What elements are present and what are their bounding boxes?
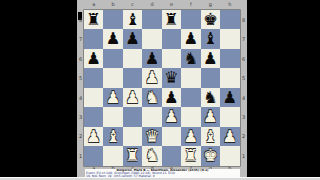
white-rook-piece: ♜ — [123, 146, 142, 165]
file-label: e — [162, 2, 181, 8]
white-pawn-piece: ♟ — [220, 127, 239, 146]
square-h6[interactable] — [220, 49, 239, 68]
square-b6[interactable] — [103, 49, 122, 68]
square-e5[interactable]: ♛ — [162, 68, 181, 87]
square-f6[interactable]: ♞ — [181, 49, 200, 68]
black-rook-piece: ♜ — [162, 10, 181, 29]
square-h1[interactable] — [220, 146, 239, 165]
rank-label: 4 — [78, 88, 84, 107]
square-d2[interactable]: ♛ — [142, 127, 161, 146]
square-h7[interactable] — [220, 29, 239, 48]
rank-label: 8 — [78, 10, 84, 29]
rank-label: 7 — [78, 29, 84, 48]
white-pawn-piece: ♟ — [181, 127, 200, 146]
file-labels-top: abcdefgh — [84, 2, 240, 8]
square-f7[interactable]: ♟ — [181, 29, 200, 48]
square-f2[interactable]: ♟ — [181, 127, 200, 146]
rank-label: 3 — [78, 107, 84, 126]
square-e7[interactable] — [162, 29, 181, 48]
white-pawn-piece: ♟ — [142, 68, 161, 87]
file-label: c — [123, 2, 142, 8]
square-b2[interactable]: ♝ — [103, 127, 122, 146]
square-e1[interactable] — [162, 146, 181, 165]
file-label: d — [142, 2, 161, 8]
square-b8[interactable] — [103, 10, 122, 29]
white-bishop-piece: ♝ — [201, 127, 220, 146]
file-label: g — [201, 2, 220, 8]
black-pawn-piece: ♟ — [84, 49, 103, 68]
square-b7[interactable]: ♟ — [103, 29, 122, 48]
square-d4[interactable]: ♞ — [142, 88, 161, 107]
rank-label: 8 — [241, 10, 247, 29]
square-d3[interactable] — [142, 107, 161, 126]
rank-label: 6 — [78, 49, 84, 68]
white-knight-piece: ♞ — [142, 146, 161, 165]
white-queen-piece: ♛ — [142, 127, 161, 146]
square-h5[interactable] — [220, 68, 239, 87]
square-g4[interactable]: ♞ — [201, 88, 220, 107]
black-knight-piece: ♞ — [201, 88, 220, 107]
square-c3[interactable] — [123, 107, 142, 126]
black-pawn-piece: ♟ — [181, 29, 200, 48]
square-c7[interactable]: ♟ — [123, 29, 142, 48]
rank-labels-right: 87654321 — [241, 10, 247, 166]
square-a6[interactable]: ♟ — [84, 49, 103, 68]
black-pawn-piece: ♟ — [103, 29, 122, 48]
square-f1[interactable]: ♜ — [181, 146, 200, 165]
square-h3[interactable] — [220, 107, 239, 126]
rank-label: 2 — [78, 127, 84, 146]
rank-label: 1 — [78, 146, 84, 165]
white-knight-piece: ♞ — [142, 88, 161, 107]
black-knight-piece: ♞ — [181, 49, 200, 68]
square-f8[interactable] — [181, 10, 200, 29]
square-b5[interactable] — [103, 68, 122, 87]
square-g2[interactable]: ♝ — [201, 127, 220, 146]
file-label: h — [220, 2, 239, 8]
square-c5[interactable] — [123, 68, 142, 87]
square-a2[interactable]: ♟ — [84, 127, 103, 146]
square-g5[interactable] — [201, 68, 220, 87]
black-pawn-piece: ♟ — [220, 88, 239, 107]
square-a8[interactable]: ♜ — [84, 10, 103, 29]
square-c2[interactable] — [123, 127, 142, 146]
square-f4[interactable] — [181, 88, 200, 107]
rank-labels-left: 87654321 — [78, 10, 84, 166]
rank-label: 3 — [241, 107, 247, 126]
rank-label: 7 — [241, 29, 247, 48]
rank-label: 5 — [241, 68, 247, 87]
white-king-piece: ♚ — [201, 146, 220, 165]
white-pawn-piece: ♟ — [162, 107, 181, 126]
square-f3[interactable] — [181, 107, 200, 126]
black-pawn-piece: ♟ — [162, 88, 181, 107]
black-queen-piece: ♛ — [162, 68, 181, 87]
bottom-status-bar — [0, 177, 320, 180]
white-bishop-piece: ♝ — [103, 127, 122, 146]
square-c1[interactable]: ♜ — [123, 146, 142, 165]
file-label: a — [84, 2, 103, 8]
square-a3[interactable] — [84, 107, 103, 126]
black-king-piece: ♚ — [201, 10, 220, 29]
white-pawn-piece: ♟ — [123, 88, 142, 107]
square-e3[interactable]: ♟ — [162, 107, 181, 126]
square-d5[interactable]: ♟ — [142, 68, 161, 87]
white-pawn-piece: ♟ — [103, 88, 122, 107]
square-d8[interactable] — [142, 10, 161, 29]
square-h4[interactable]: ♟ — [220, 88, 239, 107]
square-b1[interactable] — [103, 146, 122, 165]
white-pawn-piece: ♟ — [84, 127, 103, 146]
rank-label: 5 — [78, 68, 84, 87]
rank-label: 4 — [241, 88, 247, 107]
rank-label: 6 — [241, 49, 247, 68]
game-info-caption: Dolgorov, Mark B — Khalifman, Alexander … — [85, 169, 240, 177]
square-g8[interactable]: ♚ — [201, 10, 220, 29]
square-g1[interactable]: ♚ — [201, 146, 220, 165]
square-g7[interactable]: ♝ — [201, 29, 220, 48]
square-f5[interactable] — [181, 68, 200, 87]
square-e4[interactable]: ♟ — [162, 88, 181, 107]
black-rook-piece: ♜ — [84, 10, 103, 29]
file-label: f — [181, 2, 200, 8]
black-pawn-piece: ♟ — [123, 29, 142, 48]
square-a1[interactable] — [84, 146, 103, 165]
square-c6[interactable] — [123, 49, 142, 68]
square-d7[interactable] — [142, 29, 161, 48]
square-h2[interactable]: ♟ — [220, 127, 239, 146]
white-rook-piece: ♜ — [181, 146, 200, 165]
square-b3[interactable] — [103, 107, 122, 126]
square-g6[interactable]: ♟ — [201, 49, 220, 68]
square-e2[interactable] — [162, 127, 181, 146]
black-pawn-piece: ♟ — [201, 49, 220, 68]
black-pawn-piece: ♟ — [142, 49, 161, 68]
square-c8[interactable]: ♝ — [123, 10, 142, 29]
square-b4[interactable]: ♟ — [103, 88, 122, 107]
square-a7[interactable] — [84, 29, 103, 48]
chess-board[interactable]: ♜♝♜♚♟♟♟♝♟♟♞♟♟♛♟♟♞♟♞♟♟♟♟♝♛♟♝♟♜♞♜♚ — [84, 10, 240, 166]
square-d6[interactable]: ♟ — [142, 49, 161, 68]
square-e8[interactable]: ♜ — [162, 10, 181, 29]
file-label: b — [103, 2, 122, 8]
rank-label: 1 — [241, 146, 247, 165]
square-h8[interactable] — [220, 10, 239, 29]
black-bishop-piece: ♝ — [123, 10, 142, 29]
square-g3[interactable]: ♟ — [201, 107, 220, 126]
white-pawn-piece: ♟ — [201, 107, 220, 126]
square-e6[interactable] — [162, 49, 181, 68]
square-d1[interactable]: ♞ — [142, 146, 161, 165]
black-bishop-piece: ♝ — [201, 29, 220, 48]
square-c4[interactable]: ♟ — [123, 88, 142, 107]
square-a4[interactable] — [84, 88, 103, 107]
rank-label: 2 — [241, 127, 247, 146]
square-a5[interactable] — [84, 68, 103, 87]
